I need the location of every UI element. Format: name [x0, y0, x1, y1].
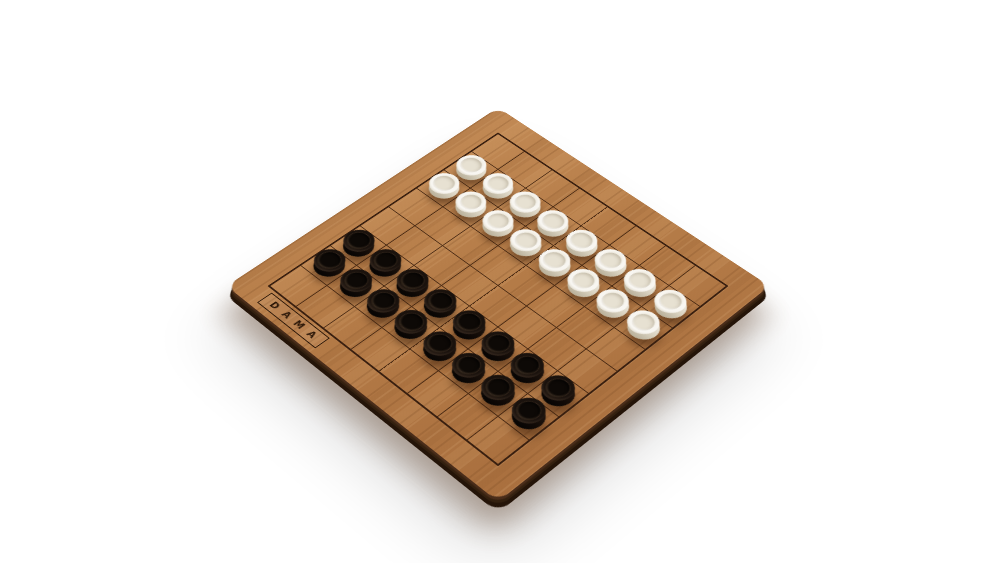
board-grid	[267, 132, 728, 466]
photo-stage: DAMA	[0, 0, 1000, 563]
dama-board: DAMA	[226, 108, 769, 502]
